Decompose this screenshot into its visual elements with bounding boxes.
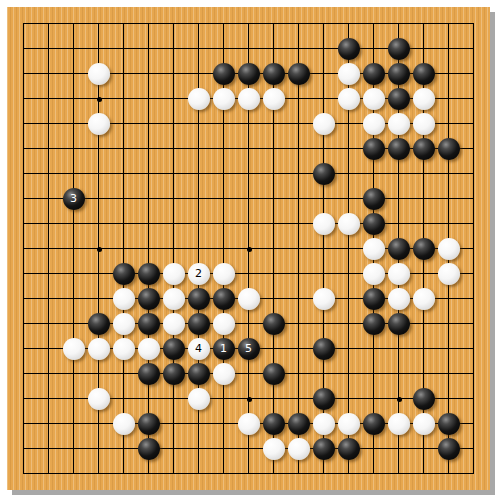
stone-black xyxy=(188,288,210,310)
board-intersection[interactable] xyxy=(73,23,98,48)
board-intersection[interactable] xyxy=(348,348,373,373)
stone-black xyxy=(263,363,285,385)
stone-black xyxy=(238,63,260,85)
board-intersection[interactable] xyxy=(48,73,73,98)
board-intersection[interactable] xyxy=(448,23,473,48)
stone-black xyxy=(88,313,110,335)
board-intersection[interactable] xyxy=(23,98,48,123)
stone-white xyxy=(338,413,360,435)
board-intersection[interactable] xyxy=(48,123,73,148)
stone-black xyxy=(338,438,360,460)
stone-white xyxy=(313,113,335,135)
board-intersection[interactable] xyxy=(273,248,298,273)
move-number-label: 3 xyxy=(70,193,77,204)
stone-white xyxy=(238,413,260,435)
stone-black xyxy=(138,413,160,435)
board-intersection[interactable] xyxy=(23,448,48,473)
board-intersection[interactable] xyxy=(23,23,48,48)
board-intersection[interactable] xyxy=(48,248,73,273)
board-intersection[interactable] xyxy=(48,398,73,423)
stone-white xyxy=(113,413,135,435)
stone-white xyxy=(388,413,410,435)
stone-black xyxy=(363,188,385,210)
board-intersection[interactable] xyxy=(48,48,73,73)
stone-black xyxy=(263,413,285,435)
board-intersection[interactable] xyxy=(273,148,298,173)
board-intersection[interactable] xyxy=(173,48,198,73)
move-2-stone: 2 xyxy=(188,263,210,285)
stone-white xyxy=(338,88,360,110)
stone-white xyxy=(263,438,285,460)
board-intersection[interactable] xyxy=(173,123,198,148)
board-intersection[interactable] xyxy=(248,148,273,173)
board-intersection[interactable] xyxy=(98,148,123,173)
board-intersection[interactable] xyxy=(148,98,173,123)
board-intersection[interactable] xyxy=(198,173,223,198)
board-intersection[interactable] xyxy=(198,148,223,173)
stone-white xyxy=(338,213,360,235)
board-intersection[interactable] xyxy=(248,248,273,273)
board-intersection[interactable] xyxy=(398,173,423,198)
stone-black xyxy=(263,313,285,335)
board-intersection[interactable] xyxy=(73,148,98,173)
stone-white xyxy=(113,313,135,335)
board-intersection[interactable] xyxy=(23,373,48,398)
stone-white xyxy=(163,313,185,335)
board-intersection[interactable] xyxy=(423,173,448,198)
board-intersection[interactable] xyxy=(48,298,73,323)
board-intersection[interactable] xyxy=(123,223,148,248)
board-intersection[interactable] xyxy=(173,23,198,48)
board-intersection[interactable] xyxy=(123,123,148,148)
stone-black xyxy=(413,238,435,260)
board-intersection[interactable] xyxy=(448,48,473,73)
board-intersection[interactable] xyxy=(123,23,148,48)
board-intersection[interactable] xyxy=(48,273,73,298)
star-point xyxy=(97,97,102,102)
board-intersection[interactable] xyxy=(248,123,273,148)
board-intersection[interactable] xyxy=(23,248,48,273)
stone-black xyxy=(388,238,410,260)
board-intersection[interactable] xyxy=(123,198,148,223)
board-intersection[interactable] xyxy=(23,423,48,448)
stone-black xyxy=(338,38,360,60)
stone-black xyxy=(413,388,435,410)
board-intersection[interactable] xyxy=(73,248,98,273)
stone-black xyxy=(138,438,160,460)
stone-white xyxy=(313,288,335,310)
stone-black xyxy=(113,263,135,285)
board-intersection[interactable] xyxy=(23,48,48,73)
stone-black xyxy=(263,63,285,85)
stone-white xyxy=(388,288,410,310)
board-intersection[interactable] xyxy=(148,73,173,98)
move-number-label: 4 xyxy=(195,343,202,354)
stone-black xyxy=(138,313,160,335)
board-intersection[interactable] xyxy=(448,98,473,123)
stone-black xyxy=(363,413,385,435)
stone-black xyxy=(438,413,460,435)
stone-white xyxy=(388,263,410,285)
board-intersection[interactable] xyxy=(23,298,48,323)
board-intersection[interactable] xyxy=(373,348,398,373)
stone-black xyxy=(363,213,385,235)
board-intersection[interactable] xyxy=(198,423,223,448)
stone-black xyxy=(138,263,160,285)
board-intersection[interactable] xyxy=(373,373,398,398)
board-intersection[interactable] xyxy=(448,298,473,323)
board-intersection[interactable] xyxy=(273,273,298,298)
board-intersection[interactable] xyxy=(298,23,323,48)
stone-white xyxy=(388,113,410,135)
board-intersection[interactable] xyxy=(273,123,298,148)
board-intersection[interactable] xyxy=(73,448,98,473)
stone-white xyxy=(263,88,285,110)
board-intersection[interactable] xyxy=(348,373,373,398)
move-5-stone: 5 xyxy=(238,338,260,360)
move-number-label: 5 xyxy=(245,343,252,354)
stone-white xyxy=(88,338,110,360)
board-intersection[interactable] xyxy=(48,423,73,448)
board-intersection[interactable] xyxy=(123,48,148,73)
board-intersection[interactable] xyxy=(248,198,273,223)
stone-black xyxy=(163,363,185,385)
stone-black xyxy=(313,438,335,460)
board-intersection[interactable] xyxy=(23,73,48,98)
board-intersection[interactable] xyxy=(448,73,473,98)
board-intersection[interactable] xyxy=(448,173,473,198)
stone-white xyxy=(88,63,110,85)
stone-black xyxy=(388,313,410,335)
board-intersection[interactable] xyxy=(23,148,48,173)
stone-white xyxy=(213,263,235,285)
board-intersection[interactable] xyxy=(48,148,73,173)
stone-white xyxy=(413,113,435,135)
board-intersection[interactable] xyxy=(73,223,98,248)
stone-black xyxy=(363,63,385,85)
stone-white xyxy=(113,288,135,310)
stone-black xyxy=(363,313,385,335)
board-intersection[interactable] xyxy=(448,348,473,373)
stone-white xyxy=(363,263,385,285)
board-intersection[interactable] xyxy=(198,198,223,223)
board-intersection[interactable] xyxy=(423,323,448,348)
board-intersection[interactable] xyxy=(448,323,473,348)
move-1-stone: 1 xyxy=(213,338,235,360)
move-number-label: 1 xyxy=(220,343,227,354)
board-intersection[interactable] xyxy=(23,348,48,373)
stone-black xyxy=(188,363,210,385)
board-intersection[interactable] xyxy=(48,23,73,48)
stone-black xyxy=(363,138,385,160)
stone-black xyxy=(413,63,435,85)
board-intersection[interactable] xyxy=(23,323,48,348)
board-intersection[interactable] xyxy=(23,173,48,198)
stone-black xyxy=(388,63,410,85)
board-intersection[interactable] xyxy=(148,123,173,148)
stone-black xyxy=(213,63,235,85)
stone-black xyxy=(413,138,435,160)
move-3-stone: 3 xyxy=(63,188,85,210)
board-intersection[interactable] xyxy=(323,248,348,273)
board-intersection[interactable] xyxy=(273,223,298,248)
board-intersection[interactable] xyxy=(48,448,73,473)
stone-white xyxy=(238,88,260,110)
board-intersection[interactable] xyxy=(48,223,73,248)
board-intersection[interactable] xyxy=(198,123,223,148)
stone-white xyxy=(363,113,385,135)
move-4-stone: 4 xyxy=(188,338,210,360)
stone-white xyxy=(338,63,360,85)
stone-black xyxy=(313,338,335,360)
board-intersection[interactable] xyxy=(98,198,123,223)
board-intersection[interactable] xyxy=(198,23,223,48)
stone-black xyxy=(188,313,210,335)
board-intersection[interactable] xyxy=(223,223,248,248)
board-intersection[interactable] xyxy=(248,23,273,48)
stone-black xyxy=(313,388,335,410)
go-board-diagram: 32415 xyxy=(0,0,500,500)
board-intersection[interactable] xyxy=(223,123,248,148)
board-intersection[interactable] xyxy=(173,173,198,198)
board-intersection[interactable] xyxy=(198,448,223,473)
board-intersection[interactable] xyxy=(98,23,123,48)
stone-white xyxy=(363,88,385,110)
board-intersection[interactable] xyxy=(148,173,173,198)
stone-white xyxy=(163,263,185,285)
board-intersection[interactable] xyxy=(398,348,423,373)
stone-black xyxy=(213,288,235,310)
stone-white xyxy=(213,363,235,385)
stone-white xyxy=(213,313,235,335)
stone-black xyxy=(388,138,410,160)
board-intersection[interactable] xyxy=(423,198,448,223)
stone-white xyxy=(238,288,260,310)
stone-white xyxy=(288,438,310,460)
star-point xyxy=(97,247,102,252)
stone-black xyxy=(388,88,410,110)
board-intersection[interactable] xyxy=(223,148,248,173)
star-point xyxy=(397,397,402,402)
board-intersection[interactable] xyxy=(23,223,48,248)
stone-black xyxy=(288,63,310,85)
stone-white xyxy=(188,388,210,410)
board-intersection[interactable] xyxy=(248,223,273,248)
board-intersection[interactable] xyxy=(173,448,198,473)
stone-black xyxy=(138,363,160,385)
stone-black xyxy=(438,438,460,460)
stone-white xyxy=(163,288,185,310)
stone-white xyxy=(88,388,110,410)
stone-white xyxy=(438,238,460,260)
board-intersection[interactable] xyxy=(148,148,173,173)
board-intersection[interactable] xyxy=(223,448,248,473)
board-intersection[interactable] xyxy=(248,173,273,198)
stone-white xyxy=(188,88,210,110)
stone-white xyxy=(88,113,110,135)
board-intersection[interactable] xyxy=(48,98,73,123)
board-intersection[interactable] xyxy=(123,148,148,173)
go-board[interactable]: 32415 xyxy=(7,7,490,490)
stone-white xyxy=(213,88,235,110)
board-intersection[interactable] xyxy=(23,198,48,223)
star-point xyxy=(247,397,252,402)
board-intersection[interactable] xyxy=(148,48,173,73)
board-intersection[interactable] xyxy=(148,198,173,223)
board-intersection[interactable] xyxy=(173,198,198,223)
board-intersection[interactable] xyxy=(423,348,448,373)
stone-black xyxy=(288,413,310,435)
board-intersection[interactable] xyxy=(23,398,48,423)
board-intersection[interactable] xyxy=(398,198,423,223)
board-intersection[interactable] xyxy=(73,273,98,298)
board-intersection[interactable] xyxy=(98,173,123,198)
board-intersection[interactable] xyxy=(273,23,298,48)
board-intersection[interactable] xyxy=(373,448,398,473)
stone-white xyxy=(313,413,335,435)
board-intersection[interactable] xyxy=(223,173,248,198)
board-intersection[interactable] xyxy=(273,198,298,223)
board-intersection[interactable] xyxy=(223,198,248,223)
move-number-label: 2 xyxy=(195,268,202,279)
board-intersection[interactable] xyxy=(148,23,173,48)
stone-white xyxy=(438,263,460,285)
stone-white xyxy=(413,88,435,110)
stone-black xyxy=(138,288,160,310)
board-intersection[interactable] xyxy=(23,123,48,148)
board-intersection[interactable] xyxy=(173,223,198,248)
stone-white xyxy=(113,338,135,360)
stone-white xyxy=(363,238,385,260)
board-intersection[interactable] xyxy=(398,448,423,473)
stone-white xyxy=(313,213,335,235)
board-intersection[interactable] xyxy=(98,223,123,248)
board-intersection[interactable] xyxy=(23,273,48,298)
stone-black xyxy=(388,38,410,60)
board-intersection[interactable] xyxy=(173,423,198,448)
board-intersection[interactable] xyxy=(148,223,173,248)
stone-white xyxy=(138,338,160,360)
board-intersection[interactable] xyxy=(123,98,148,123)
stone-white xyxy=(63,338,85,360)
board-intersection[interactable] xyxy=(73,423,98,448)
stone-black xyxy=(363,288,385,310)
stone-white xyxy=(413,288,435,310)
board-intersection[interactable] xyxy=(198,223,223,248)
board-intersection[interactable] xyxy=(448,198,473,223)
board-intersection[interactable] xyxy=(173,148,198,173)
board-intersection[interactable] xyxy=(98,448,123,473)
board-intersection[interactable] xyxy=(123,173,148,198)
board-intersection[interactable] xyxy=(423,23,448,48)
stone-black xyxy=(163,338,185,360)
board-intersection[interactable] xyxy=(123,73,148,98)
star-point xyxy=(247,247,252,252)
board-intersection[interactable] xyxy=(448,373,473,398)
board-intersection[interactable] xyxy=(298,248,323,273)
stone-black xyxy=(438,138,460,160)
stone-black xyxy=(313,163,335,185)
board-intersection[interactable] xyxy=(223,23,248,48)
board-intersection[interactable] xyxy=(48,373,73,398)
stone-white xyxy=(413,413,435,435)
board-intersection[interactable] xyxy=(273,173,298,198)
